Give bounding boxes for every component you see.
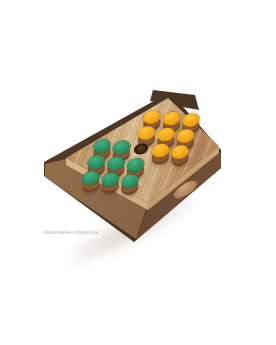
yellow-peg[interactable] — [169, 145, 190, 160]
yellow-peg[interactable] — [175, 129, 196, 144]
product-photo-wooden-peg-game: www.atelier-mikado.de — [0, 0, 276, 345]
empty-hole[interactable] — [132, 143, 149, 155]
watermark: www.atelier-mikado.de — [44, 229, 99, 235]
yellow-peg[interactable] — [180, 113, 201, 128]
